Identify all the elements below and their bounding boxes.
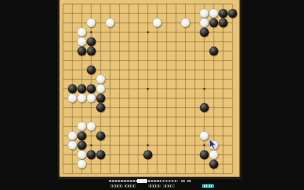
stone-white-Q5 bbox=[200, 131, 209, 140]
stone-black-R2 bbox=[209, 160, 218, 169]
control-button-2[interactable] bbox=[124, 184, 136, 189]
stone-black-B10 bbox=[68, 84, 77, 93]
star-point bbox=[90, 144, 92, 146]
control-button-4[interactable] bbox=[163, 184, 176, 189]
stone-black-Q3 bbox=[200, 150, 209, 159]
stone-white-D9 bbox=[87, 94, 96, 103]
stone-black-S18 bbox=[219, 9, 228, 18]
stone-white-B9 bbox=[68, 94, 77, 103]
primary-action-button[interactable] bbox=[202, 184, 215, 189]
stone-white-D17 bbox=[87, 18, 96, 27]
star-point bbox=[147, 31, 149, 33]
star-point bbox=[203, 88, 205, 90]
stone-white-C16 bbox=[77, 28, 86, 37]
stone-black-E5 bbox=[96, 131, 105, 140]
stone-black-E3 bbox=[96, 150, 105, 159]
button-label-speck bbox=[125, 185, 133, 187]
stone-black-R14 bbox=[209, 47, 218, 56]
strip-highlight-segment bbox=[137, 179, 148, 183]
stone-white-D6 bbox=[87, 122, 96, 131]
stone-black-Q16 bbox=[200, 28, 209, 37]
stone-black-C10 bbox=[77, 84, 86, 93]
stone-black-E8 bbox=[96, 103, 105, 112]
star-point bbox=[203, 144, 205, 146]
stone-white-F17 bbox=[106, 18, 115, 27]
star-point bbox=[147, 88, 149, 90]
stone-white-B4 bbox=[68, 141, 77, 150]
stone-white-R18 bbox=[209, 9, 218, 18]
stone-black-E9 bbox=[96, 94, 105, 103]
stone-white-Q18 bbox=[200, 9, 209, 18]
stone-white-R3 bbox=[209, 150, 218, 159]
stone-white-O17 bbox=[181, 18, 190, 27]
button-label-speck bbox=[165, 185, 174, 187]
stone-black-D10 bbox=[87, 84, 96, 93]
stone-black-K3 bbox=[143, 150, 152, 159]
stone-black-C4 bbox=[77, 141, 86, 150]
stone-white-Q17 bbox=[200, 18, 209, 27]
button-label-speck bbox=[112, 185, 121, 187]
stone-white-L17 bbox=[153, 18, 162, 27]
stone-white-B5 bbox=[68, 131, 77, 140]
stone-white-E10 bbox=[96, 84, 105, 93]
stone-white-C9 bbox=[77, 94, 86, 103]
go-board[interactable] bbox=[0, 0, 304, 190]
star-point bbox=[90, 31, 92, 33]
star-point bbox=[147, 144, 149, 146]
stone-black-D3 bbox=[87, 150, 96, 159]
control-button-3[interactable] bbox=[148, 184, 161, 189]
stone-black-C14 bbox=[77, 47, 86, 56]
stone-black-T18 bbox=[228, 9, 237, 18]
stone-black-D14 bbox=[87, 47, 96, 56]
button-label-speck bbox=[150, 185, 159, 187]
stone-white-C3 bbox=[77, 150, 86, 159]
stone-black-Q8 bbox=[200, 103, 209, 112]
stone-white-C2 bbox=[77, 160, 86, 169]
stone-black-R17 bbox=[209, 18, 218, 27]
stone-black-S17 bbox=[219, 18, 228, 27]
strip-mark bbox=[187, 180, 192, 182]
strip-mark bbox=[181, 180, 185, 182]
stone-black-D12 bbox=[87, 65, 96, 74]
player-control-bar bbox=[0, 178, 304, 190]
stone-white-C15 bbox=[77, 37, 86, 46]
stone-black-C5 bbox=[77, 131, 86, 140]
button-label-speck bbox=[204, 185, 213, 187]
stone-white-E11 bbox=[96, 75, 105, 84]
screenshot-stage bbox=[0, 0, 304, 190]
control-button-1[interactable] bbox=[110, 184, 123, 189]
stone-white-C6 bbox=[77, 122, 86, 131]
stone-black-D15 bbox=[87, 37, 96, 46]
